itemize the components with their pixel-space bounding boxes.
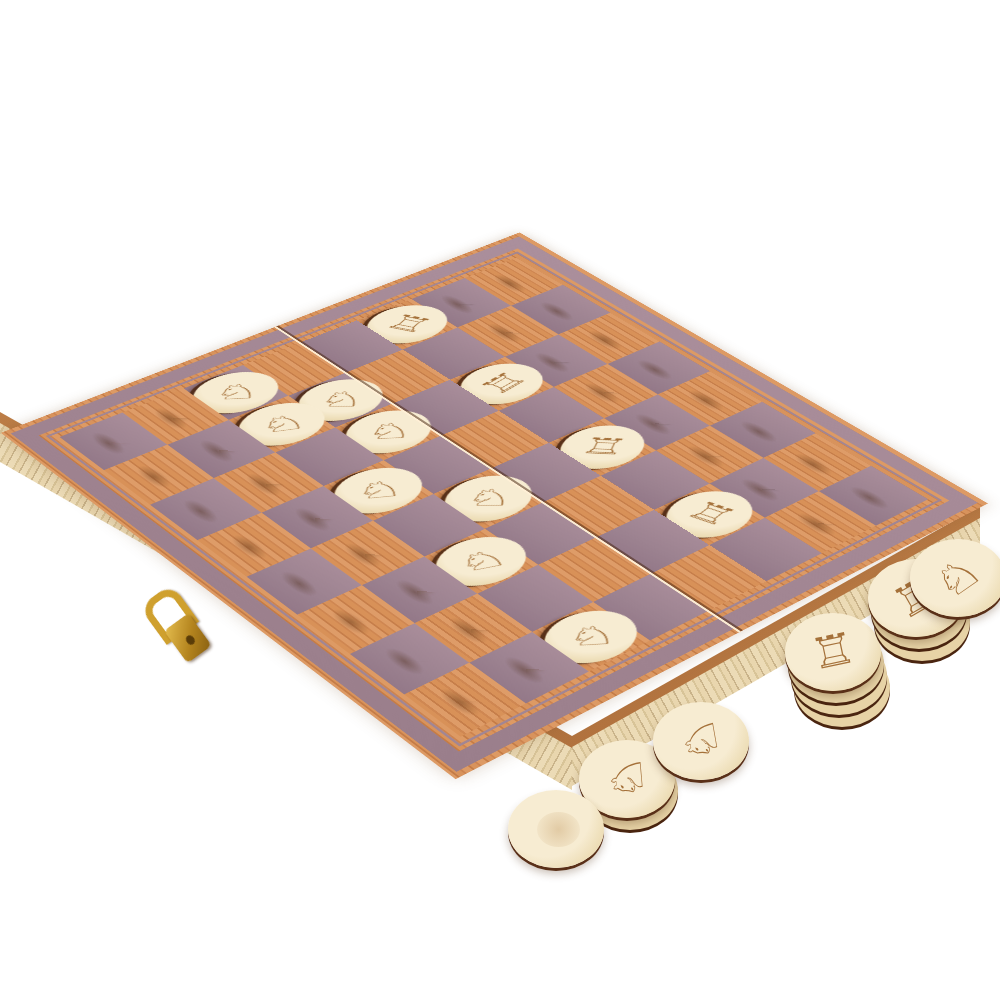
- wood-smudge: [537, 812, 580, 847]
- dark-pawn-glyph: ♟: [582, 349, 626, 397]
- knight-engraving-icon: ♘: [210, 380, 265, 403]
- dark-knight-glyph: ♞: [785, 400, 847, 468]
- knight-engraving-icon: ♘: [927, 546, 990, 608]
- knight-engraving-icon: ♘: [676, 713, 726, 766]
- white-pawn-glyph: ♟: [502, 619, 552, 674]
- dark-pawn-glyph: ♟: [740, 444, 786, 494]
- knight-engraving-icon: ♘: [314, 389, 371, 410]
- knight-engraving-icon: ♘: [564, 621, 620, 650]
- dark-rook-glyph: ♜: [845, 441, 900, 502]
- dark-pawn-glyph: ♟: [633, 379, 677, 428]
- knight-engraving-icon: ♘: [461, 486, 518, 509]
- chess-board-anchor: ♜♞♝♛♚♝♞♜♟♟♟♟♟♟♟♟♖♖♖♖♘♘♘♘♘♘♘♘♟♟♟♟♟♟♟♟♜♞♝♛…: [124, 100, 860, 836]
- dark-pawn-glyph: ♟: [533, 319, 576, 366]
- disc-face-knight: ♘: [653, 702, 749, 780]
- product-photo-scene: ♜♞♝♛♚♝♞♜♟♟♟♟♟♟♟♟♖♖♖♖♘♘♘♘♘♘♘♘♟♟♟♟♟♟♟♟♜♞♝♛…: [0, 0, 1000, 1000]
- dark-pawn-glyph: ♟: [439, 262, 481, 308]
- rook-engraving-icon: ♖: [576, 434, 633, 458]
- rook-engraving-icon: ♖: [679, 497, 744, 530]
- white-rook-glyph: ♜: [432, 639, 494, 707]
- knight-engraving-icon: ♘: [454, 544, 512, 577]
- dark-bishop-glyph: ♝: [729, 365, 794, 436]
- disc-face-knight: ♘: [910, 539, 1000, 617]
- white-pawn-glyph: ♟: [447, 580, 496, 634]
- knight-engraving-icon: ♘: [604, 753, 651, 803]
- rook-engraving-icon: ♖: [806, 625, 860, 676]
- disc-face-rook: ♖: [785, 613, 881, 691]
- rook-engraving-icon: ♖: [379, 311, 439, 336]
- dark-rook-glyph: ♜: [488, 232, 538, 287]
- white-knight-glyph: ♞: [374, 590, 443, 666]
- square-f5[interactable]: [544, 476, 654, 537]
- dark-pawn-glyph: ♟: [795, 477, 841, 528]
- disc-face-blank: [508, 790, 604, 868]
- knight-engraving-icon: ♘: [259, 410, 309, 437]
- dark-pawn-glyph: ♟: [485, 290, 527, 337]
- knight-engraving-icon: ♘: [363, 419, 417, 443]
- dark-pawn-glyph: ♟: [686, 411, 731, 461]
